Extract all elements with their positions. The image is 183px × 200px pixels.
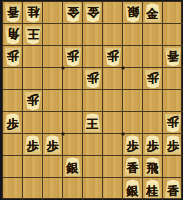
- square-8-3[interactable]: [23, 46, 43, 68]
- square-3-4[interactable]: [123, 68, 143, 90]
- square-5-5[interactable]: [83, 90, 103, 112]
- square-5-3[interactable]: [83, 46, 103, 68]
- shogi-board: 香桂金金銀金角王歩歩歩香歩歩歩歩王歩歩歩歩歩歩銀香飛銀桂香: [2, 1, 182, 199]
- square-6-1[interactable]: 金: [63, 2, 83, 24]
- piece-kanji: 歩: [27, 94, 39, 106]
- square-1-1[interactable]: [163, 2, 183, 24]
- square-5-2[interactable]: [83, 24, 103, 46]
- square-1-5[interactable]: [163, 90, 183, 112]
- piece-kanji: 歩: [147, 140, 159, 152]
- square-7-5[interactable]: [43, 90, 63, 112]
- piece-kanji: 歩: [7, 50, 19, 62]
- square-1-8[interactable]: [163, 156, 183, 178]
- piece-gote-pawn[interactable]: 歩: [64, 47, 81, 66]
- square-9-8[interactable]: [3, 156, 23, 178]
- piece-kanji: 王: [27, 28, 39, 40]
- square-9-4[interactable]: [3, 68, 23, 90]
- square-7-1[interactable]: [43, 2, 63, 24]
- square-9-1[interactable]: 香: [3, 2, 23, 24]
- square-4-3[interactable]: 歩: [103, 46, 123, 68]
- piece-sente-pawn[interactable]: 歩: [144, 135, 161, 154]
- piece-gote-king[interactable]: 王: [24, 25, 41, 44]
- piece-gote-pawn[interactable]: 歩: [4, 47, 21, 66]
- piece-kanji: 金: [87, 6, 99, 18]
- square-6-5[interactable]: [63, 90, 83, 112]
- square-5-7[interactable]: [83, 134, 103, 156]
- square-4-4[interactable]: [103, 68, 123, 90]
- square-5-4[interactable]: 歩: [83, 68, 103, 90]
- square-6-6[interactable]: [63, 112, 83, 134]
- square-1-9[interactable]: 香: [163, 178, 183, 200]
- piece-sente-pawn[interactable]: 歩: [124, 135, 141, 154]
- square-2-7[interactable]: 歩: [143, 134, 163, 156]
- square-8-7[interactable]: 歩: [23, 134, 43, 156]
- square-8-9[interactable]: [23, 178, 43, 200]
- square-4-5[interactable]: [103, 90, 123, 112]
- piece-kanji: 銀: [127, 6, 139, 18]
- piece-kanji: 歩: [147, 72, 159, 84]
- square-7-2[interactable]: [43, 24, 63, 46]
- piece-kanji: 香: [167, 50, 179, 62]
- square-1-3[interactable]: 香: [163, 46, 183, 68]
- square-8-4[interactable]: [23, 68, 43, 90]
- square-5-6[interactable]: 王: [83, 112, 103, 134]
- square-3-5[interactable]: [123, 90, 143, 112]
- square-1-7[interactable]: 歩: [163, 134, 183, 156]
- square-3-2[interactable]: [123, 24, 143, 46]
- square-8-5[interactable]: 歩: [23, 90, 43, 112]
- square-8-2[interactable]: 王: [23, 24, 43, 46]
- square-9-5[interactable]: [3, 90, 23, 112]
- piece-gote-pawn[interactable]: 歩: [84, 69, 101, 88]
- piece-gote-gold[interactable]: 金: [64, 3, 81, 22]
- piece-gote-pawn[interactable]: 歩: [24, 91, 41, 110]
- square-4-2[interactable]: [103, 24, 123, 46]
- square-2-6[interactable]: [143, 112, 163, 134]
- square-3-6[interactable]: [123, 112, 143, 134]
- piece-kanji: 歩: [127, 140, 139, 152]
- piece-gote-pawn[interactable]: 歩: [144, 69, 161, 88]
- piece-gote-pawn[interactable]: 歩: [104, 47, 121, 66]
- piece-sente-pawn[interactable]: 歩: [4, 113, 21, 132]
- square-1-6[interactable]: 歩: [163, 112, 183, 134]
- piece-gote-gold[interactable]: 金: [84, 3, 101, 22]
- square-7-6[interactable]: [43, 112, 63, 134]
- piece-kanji: 歩: [7, 118, 19, 130]
- square-5-1[interactable]: 金: [83, 2, 103, 24]
- square-6-7[interactable]: [63, 134, 83, 156]
- piece-gote-lance[interactable]: 香: [4, 3, 21, 22]
- square-3-9[interactable]: 銀: [123, 178, 143, 200]
- piece-sente-king[interactable]: 王: [84, 113, 101, 132]
- square-7-9[interactable]: [43, 178, 63, 200]
- piece-kanji: 王: [87, 118, 99, 130]
- square-2-5[interactable]: [143, 90, 163, 112]
- star-point: [62, 133, 65, 136]
- piece-kanji: 歩: [87, 72, 99, 84]
- piece-kanji: 銀: [67, 162, 79, 174]
- star-point: [122, 133, 125, 136]
- piece-kanji: 桂: [147, 184, 159, 196]
- square-4-1[interactable]: [103, 2, 123, 24]
- square-7-4[interactable]: [43, 68, 63, 90]
- square-7-7[interactable]: 歩: [43, 134, 63, 156]
- square-3-3[interactable]: [123, 46, 143, 68]
- piece-sente-pawn[interactable]: 歩: [44, 135, 61, 154]
- star-point: [122, 67, 125, 70]
- square-5-8[interactable]: [83, 156, 103, 178]
- piece-gote-bishop[interactable]: 角: [4, 25, 21, 44]
- piece-sente-silver[interactable]: 銀: [64, 157, 81, 176]
- square-5-9[interactable]: [83, 178, 103, 200]
- square-7-8[interactable]: [43, 156, 63, 178]
- square-3-7[interactable]: 歩: [123, 134, 143, 156]
- square-6-4[interactable]: [63, 68, 83, 90]
- square-8-6[interactable]: [23, 112, 43, 134]
- piece-gote-pawn[interactable]: 歩: [165, 113, 182, 132]
- square-6-3[interactable]: 歩: [63, 46, 83, 68]
- shogi-screenshot: 香桂金金銀金角王歩歩歩香歩歩歩歩王歩歩歩歩歩歩銀香飛銀桂香: [0, 0, 183, 200]
- square-4-6[interactable]: [103, 112, 123, 134]
- piece-kanji: 歩: [107, 50, 119, 62]
- piece-sente-lance[interactable]: 香: [165, 180, 182, 199]
- square-6-9[interactable]: [63, 178, 83, 200]
- square-9-2[interactable]: 角: [3, 24, 23, 46]
- star-point: [62, 67, 65, 70]
- piece-kanji: 歩: [27, 140, 39, 152]
- square-4-9[interactable]: [103, 178, 123, 200]
- square-1-2[interactable]: [163, 24, 183, 46]
- piece-gote-knight[interactable]: 桂: [24, 3, 41, 22]
- square-4-8[interactable]: [103, 156, 123, 178]
- piece-kanji: 歩: [47, 140, 59, 152]
- square-2-9[interactable]: 桂: [143, 178, 163, 200]
- piece-sente-pawn[interactable]: 歩: [24, 135, 41, 154]
- piece-kanji: 飛: [147, 162, 159, 174]
- square-4-7[interactable]: [103, 134, 123, 156]
- square-7-3[interactable]: [43, 46, 63, 68]
- square-2-8[interactable]: 飛: [143, 156, 163, 178]
- square-2-3[interactable]: [143, 46, 163, 68]
- piece-sente-gold[interactable]: 金: [144, 3, 161, 22]
- square-3-8[interactable]: 香: [123, 156, 143, 178]
- piece-kanji: 香: [167, 184, 179, 196]
- square-6-2[interactable]: [63, 24, 83, 46]
- piece-kanji: 金: [67, 6, 79, 18]
- square-6-8[interactable]: 銀: [63, 156, 83, 178]
- piece-kanji: 香: [127, 162, 139, 174]
- piece-gote-lance[interactable]: 香: [165, 47, 182, 66]
- square-9-6[interactable]: 歩: [3, 112, 23, 134]
- square-8-8[interactable]: [23, 156, 43, 178]
- piece-kanji: 歩: [167, 140, 179, 152]
- square-2-2[interactable]: [143, 24, 163, 46]
- piece-sente-knight[interactable]: 桂: [144, 180, 161, 199]
- piece-kanji: 歩: [167, 116, 179, 128]
- square-9-9[interactable]: [3, 178, 23, 200]
- piece-kanji: 角: [7, 28, 19, 40]
- square-9-3[interactable]: 歩: [3, 46, 23, 68]
- square-1-4[interactable]: [163, 68, 183, 90]
- piece-kanji: 金: [147, 8, 159, 20]
- square-2-4[interactable]: 歩: [143, 68, 163, 90]
- piece-sente-silver[interactable]: 銀: [124, 180, 141, 199]
- piece-kanji: 歩: [67, 50, 79, 62]
- piece-kanji: 銀: [127, 184, 139, 196]
- square-2-1[interactable]: 金: [143, 2, 163, 24]
- square-8-1[interactable]: 桂: [23, 2, 43, 24]
- piece-sente-lance[interactable]: 香: [124, 157, 141, 176]
- piece-kanji: 香: [7, 6, 19, 18]
- piece-kanji: 桂: [27, 6, 39, 18]
- piece-sente-pawn[interactable]: 歩: [165, 135, 182, 154]
- square-3-1[interactable]: 銀: [123, 2, 143, 24]
- piece-sente-rook[interactable]: 飛: [144, 157, 161, 176]
- piece-gote-silver[interactable]: 銀: [124, 3, 141, 22]
- square-9-7[interactable]: [3, 134, 23, 156]
